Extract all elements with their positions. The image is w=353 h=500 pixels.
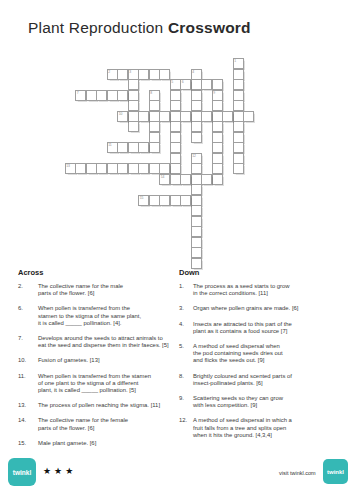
clue-down-9: 9.Scattering seeds so they can grow with… bbox=[179, 395, 349, 409]
clue-text: The collective name for the male parts o… bbox=[38, 283, 181, 297]
grid-cell[interactable] bbox=[149, 142, 160, 153]
visit-link[interactable]: visit twinkl.com bbox=[279, 470, 316, 476]
cell-number: 9 bbox=[213, 91, 215, 95]
clue-number: 4. bbox=[179, 321, 193, 328]
across-clue-list: 2.The collective name for the male parts… bbox=[18, 283, 181, 447]
grid-cell[interactable] bbox=[180, 174, 191, 185]
cell-number: 1 bbox=[234, 59, 236, 63]
grid-cell[interactable] bbox=[180, 195, 191, 206]
twinkl-logo-small: twinkl bbox=[323, 459, 348, 484]
grid-cell[interactable]: 6 bbox=[180, 79, 191, 90]
clue-text: Male plant gamete. [6] bbox=[38, 440, 181, 447]
clue-across-2: 2.The collective name for the male parts… bbox=[18, 283, 181, 297]
clue-across-11: 11.When pollen is transferred from the s… bbox=[18, 373, 181, 395]
twinkl-logo: twinkl bbox=[8, 458, 36, 486]
page-title: Plant Reproduction Crossword bbox=[28, 19, 251, 37]
clue-number: 15. bbox=[18, 440, 38, 447]
down-clues: Down 1.The process as a seed starts to g… bbox=[179, 268, 349, 447]
cell-number: 14 bbox=[161, 175, 165, 179]
clue-across-6: 6.When pollen is transferred from the st… bbox=[18, 305, 181, 327]
clue-down-12: 12.A method of seed dispersal in which a… bbox=[179, 417, 349, 439]
cell-number: 11 bbox=[108, 143, 112, 147]
clue-number: 13. bbox=[18, 402, 38, 409]
clue-across-14: 14.The collective name for the female pa… bbox=[18, 417, 181, 431]
clue-across-7: 7.Develops around the seeds to attract a… bbox=[18, 335, 181, 349]
grid-cell[interactable] bbox=[201, 111, 212, 122]
clue-number: 11. bbox=[18, 373, 38, 380]
clue-text: Brightly coloured and scented parts of i… bbox=[193, 373, 349, 387]
clue-number: 12. bbox=[179, 417, 193, 424]
clue-number: 5. bbox=[179, 343, 193, 350]
clue-text: When pollen is transferred from the stam… bbox=[38, 305, 181, 327]
cell-number: 13 bbox=[66, 164, 70, 168]
clue-down-4: 4.Insects are attracted to this part of … bbox=[179, 321, 349, 335]
across-heading: Across bbox=[18, 268, 181, 277]
cell-number: 4 bbox=[192, 70, 194, 74]
clue-down-5: 5.A method of seed dispersal when the po… bbox=[179, 343, 349, 365]
grid-cell[interactable] bbox=[117, 90, 128, 101]
grid-cell[interactable] bbox=[222, 111, 233, 122]
cell-number: 10 bbox=[119, 112, 123, 116]
twinkl-logo-small-text: twinkl bbox=[327, 469, 344, 475]
clue-text: The process as a seed starts to grow in … bbox=[193, 283, 349, 297]
grid-cell[interactable] bbox=[180, 111, 191, 122]
grid-cell[interactable] bbox=[212, 174, 223, 185]
clue-number: 1. bbox=[179, 283, 193, 290]
across-clues: Across 2.The collective name for the mal… bbox=[18, 268, 181, 455]
clue-number: 8. bbox=[179, 373, 193, 380]
cell-number: 8 bbox=[150, 91, 152, 95]
clue-across-15: 15.Male plant gamete. [6] bbox=[18, 440, 181, 447]
cell-number: 2 bbox=[108, 70, 110, 74]
clue-number: 7. bbox=[18, 335, 38, 342]
grid-cell[interactable] bbox=[233, 163, 244, 174]
clue-text: Fusion of gametes. [13] bbox=[38, 357, 181, 364]
cell-number: 5 bbox=[171, 80, 173, 84]
cell-number: 7 bbox=[77, 91, 79, 95]
clue-number: 3. bbox=[179, 305, 193, 312]
cell-number: 3 bbox=[129, 70, 131, 74]
clue-text: When pollen is transferred from the stam… bbox=[38, 373, 181, 395]
clue-text: Insects are attracted to this part of th… bbox=[193, 321, 349, 335]
title-regular: Plant Reproduction bbox=[28, 19, 168, 36]
clue-text: A method of seed dispersal in which a fr… bbox=[193, 417, 349, 439]
clue-text: The collective name for the female parts… bbox=[38, 417, 181, 431]
grid-cell[interactable] bbox=[201, 174, 212, 185]
twinkl-logo-text: twinkl bbox=[13, 469, 31, 476]
clue-number: 6. bbox=[18, 305, 38, 312]
cell-number: 15 bbox=[140, 196, 144, 200]
clue-text: Organ where pollen grains are made. [6] bbox=[193, 305, 349, 312]
clue-number: 9. bbox=[179, 395, 193, 402]
clue-text: A method of seed dispersal when the pod … bbox=[193, 343, 349, 365]
clue-down-8: 8.Brightly coloured and scented parts of… bbox=[179, 373, 349, 387]
clue-number: 10. bbox=[18, 357, 38, 364]
grid-cell[interactable] bbox=[191, 132, 202, 143]
cell-number: 6 bbox=[182, 80, 184, 84]
clue-text: Develops around the seeds to attract ani… bbox=[38, 335, 181, 349]
down-clue-list: 1.The process as a seed starts to grow i… bbox=[179, 283, 349, 439]
down-heading: Down bbox=[179, 268, 349, 277]
clue-across-13: 13.The process of pollen reaching the st… bbox=[18, 402, 181, 409]
grid-cell[interactable] bbox=[159, 111, 170, 122]
clue-number: 14. bbox=[18, 417, 38, 424]
worksheet-page: Plant Reproduction Crossword 12345678910… bbox=[0, 0, 353, 500]
grid-cell[interactable]: 10 bbox=[117, 111, 128, 122]
clue-text: Scattering seeds so they can grow with l… bbox=[193, 395, 349, 409]
clue-down-3: 3.Organ where pollen grains are made. [6… bbox=[179, 305, 349, 312]
clue-text: The process of pollen reaching the stigm… bbox=[38, 402, 181, 409]
clue-across-10: 10.Fusion of gametes. [13] bbox=[18, 357, 181, 364]
clue-down-1: 1.The process as a seed starts to grow i… bbox=[179, 283, 349, 297]
clue-number: 2. bbox=[18, 283, 38, 290]
rating-stars: ★★★ bbox=[43, 466, 76, 476]
title-bold: Crossword bbox=[168, 19, 251, 36]
grid-cell[interactable] bbox=[128, 121, 139, 132]
grid-cell[interactable] bbox=[138, 111, 149, 122]
grid-cell[interactable] bbox=[138, 142, 149, 153]
cell-number: 12 bbox=[192, 154, 196, 158]
grid-cell[interactable] bbox=[243, 111, 254, 122]
